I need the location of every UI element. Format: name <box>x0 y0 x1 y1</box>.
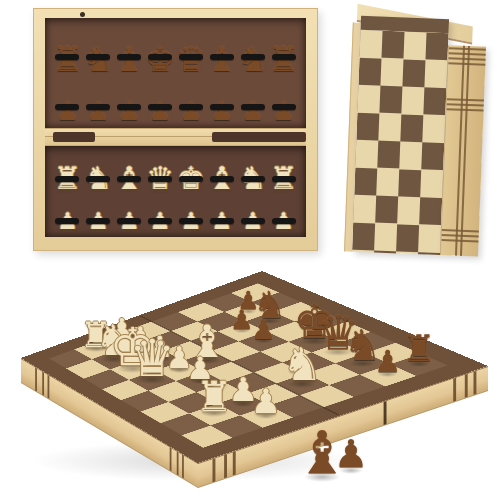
edge-groove-line <box>213 458 216 482</box>
piece-shadow <box>349 360 375 367</box>
piece-shadow <box>113 338 130 343</box>
piece-shadow <box>136 375 168 384</box>
product-photo-scene: ♜♞♝♚♛♝♞♜♟♟♟♟♟♟♟♟ ♜♞♝♛♚♝♞♜♟♟♟♟♟♟♟♟ ♜♞♚♛♜♟… <box>0 0 500 500</box>
piece-shadow <box>234 329 251 334</box>
piece-shadow <box>201 410 227 417</box>
piece-shadow <box>233 401 253 407</box>
piece-shadow <box>288 380 316 388</box>
piece-shadow <box>170 368 189 373</box>
piece-shadow <box>256 413 277 419</box>
edge-groove-line <box>170 447 172 471</box>
piece-shadow <box>151 357 169 362</box>
edge-groove-line <box>176 451 178 475</box>
edge-groove-line <box>182 455 184 479</box>
piece-shadow <box>117 365 149 374</box>
piece-shadow <box>194 357 222 365</box>
edge-groove-line <box>48 375 50 399</box>
piece-shadow <box>339 467 363 474</box>
piece-shadow <box>304 472 341 482</box>
edge-groove-line <box>35 367 37 391</box>
piece-shadow <box>101 355 127 362</box>
piece-shadow <box>132 347 150 352</box>
edge-groove-line <box>474 371 477 395</box>
piece-shadow <box>378 372 397 377</box>
piece-shadow <box>258 318 281 324</box>
piece-shadow <box>408 361 431 367</box>
piece-shadow <box>323 348 352 356</box>
edge-groove-line <box>41 371 43 395</box>
piece-shadow <box>85 346 107 352</box>
piece-shadow <box>255 339 272 344</box>
edge-groove-line <box>453 378 456 402</box>
piece-shadow <box>300 337 330 345</box>
edge-groove-line <box>233 451 236 475</box>
piece-shadow <box>191 379 210 384</box>
piece-shadow <box>241 309 257 313</box>
edge-groove-line <box>223 455 226 479</box>
fold-gap-line <box>383 401 388 426</box>
open-chess-board-scene: ♜♞♚♛♜♟♟♟♟♟♟♟♝♞♟♞♟♟♚♛♞♟♜♝♟ <box>0 0 500 500</box>
edge-groove-line <box>463 374 466 398</box>
